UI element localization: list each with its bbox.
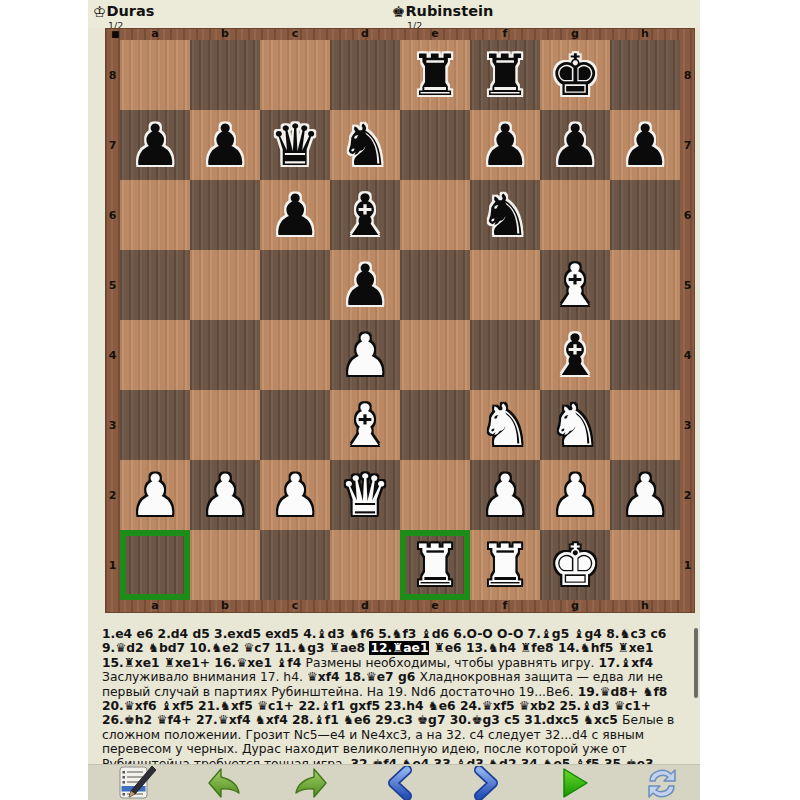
square-d1[interactable]: [330, 530, 400, 600]
coordinate-label: b: [190, 600, 260, 612]
coordinate-label: 6: [105, 180, 120, 250]
square-b3[interactable]: [190, 390, 260, 460]
green-arrow-left-icon: [206, 767, 242, 799]
chess-board: ■ abcdefgh abcdefgh 87654321 87654321 ♜♜…: [105, 28, 695, 613]
square-f1[interactable]: ♜: [470, 530, 540, 600]
coordinate-label: g: [540, 28, 610, 40]
player-black: ♚Rubinstein 1/2: [392, 1, 493, 31]
white-bishop: ♝: [339, 397, 390, 454]
square-e2[interactable]: [400, 460, 470, 530]
coordinate-label: 2: [680, 460, 695, 530]
square-c1[interactable]: [260, 530, 330, 600]
square-f6[interactable]: ♞: [470, 180, 540, 250]
square-a6[interactable]: [120, 180, 190, 250]
square-a1[interactable]: [120, 530, 190, 600]
black-rook: ♜: [479, 47, 530, 104]
coordinate-label: b: [190, 28, 260, 40]
black-rook: ♜: [409, 47, 460, 104]
next-move-button[interactable]: [463, 766, 511, 800]
white-queen: ♛: [339, 467, 390, 524]
notepad-pencil-icon: [116, 766, 156, 800]
previous-game-button[interactable]: [200, 766, 248, 800]
green-arrow-right-icon: [293, 767, 329, 799]
square-g8[interactable]: ♚: [540, 40, 610, 110]
square-h6[interactable]: [610, 180, 680, 250]
square-a8[interactable]: [120, 40, 190, 110]
coordinate-label: 6: [680, 180, 695, 250]
black-bishop: ♝: [339, 187, 390, 244]
flip-board-button[interactable]: [638, 766, 686, 800]
coordinate-label: a: [120, 600, 190, 612]
black-pawn: ♟: [339, 257, 390, 314]
black-knight: ♞: [479, 187, 530, 244]
coordinate-label: g: [540, 600, 610, 612]
white-king-icon: ♔: [93, 3, 106, 21]
coordinate-label: 1: [680, 530, 695, 600]
square-g2[interactable]: ♟: [540, 460, 610, 530]
white-rook: ♜: [409, 537, 460, 594]
coordinate-label: e: [400, 28, 470, 40]
rank-labels-left: 87654321: [105, 40, 120, 600]
move-list[interactable]: 1.e4 e6 2.d4 d5 3.exd5 exd5 4.♝d3 ♞f6 5.…: [102, 614, 688, 787]
black-pawn: ♟: [619, 117, 670, 174]
game-list-button[interactable]: [112, 766, 160, 800]
coordinate-label: f: [470, 28, 540, 40]
square-e4[interactable]: [400, 320, 470, 390]
previous-move-button[interactable]: [375, 766, 423, 800]
square-h3[interactable]: [610, 390, 680, 460]
square-b4[interactable]: [190, 320, 260, 390]
green-play-icon: [557, 766, 591, 800]
game-header: ♔Duras 1/2 ♚Rubinstein 1/2: [88, 0, 700, 28]
coordinate-label: c: [260, 28, 330, 40]
current-move[interactable]: 12.♜ae1: [369, 641, 429, 655]
square-e8[interactable]: ♜: [400, 40, 470, 110]
square-a4[interactable]: [120, 320, 190, 390]
coordinate-label: e: [400, 600, 470, 612]
coordinate-label: 1: [105, 530, 120, 600]
black-king-icon: ♚: [392, 3, 405, 21]
square-g3[interactable]: ♞: [540, 390, 610, 460]
square-f5[interactable]: [470, 250, 540, 320]
coordinate-label: 5: [105, 250, 120, 320]
square-a2[interactable]: ♟: [120, 460, 190, 530]
square-d8[interactable]: [330, 40, 400, 110]
black-pawn: ♟: [549, 117, 600, 174]
square-g7[interactable]: ♟: [540, 110, 610, 180]
player-white: ♔Duras 1/2: [93, 1, 154, 31]
square-d3[interactable]: ♝: [330, 390, 400, 460]
coordinate-label: 7: [105, 110, 120, 180]
square-a5[interactable]: [120, 250, 190, 320]
coordinate-label: h: [610, 600, 680, 612]
square-h5[interactable]: [610, 250, 680, 320]
board-corner-mark: ■: [111, 28, 120, 40]
black-player-name: Rubinstein: [405, 3, 493, 19]
black-pawn: ♟: [479, 117, 530, 174]
square-b5[interactable]: [190, 250, 260, 320]
next-game-button[interactable]: [287, 766, 335, 800]
coordinate-label: d: [330, 28, 400, 40]
square-e5[interactable]: [400, 250, 470, 320]
rank-labels-right: 87654321: [680, 40, 695, 600]
coordinate-label: 3: [105, 390, 120, 460]
square-b8[interactable]: [190, 40, 260, 110]
white-bishop: ♝: [549, 257, 600, 314]
square-h1[interactable]: [610, 530, 680, 600]
white-rook: ♜: [479, 537, 530, 594]
square-b2[interactable]: ♟: [190, 460, 260, 530]
square-a7[interactable]: ♟: [120, 110, 190, 180]
square-a3[interactable]: [120, 390, 190, 460]
coordinate-label: f: [470, 600, 540, 612]
coordinate-label: h: [610, 28, 680, 40]
square-h7[interactable]: ♟: [610, 110, 680, 180]
square-f3[interactable]: ♞: [470, 390, 540, 460]
white-pawn: ♟: [549, 467, 600, 524]
coordinate-label: 5: [680, 250, 695, 320]
notation-segment[interactable]: ♛xf4 18.♛e7 g6: [307, 670, 420, 684]
coordinate-label: 4: [680, 320, 695, 390]
coordinate-label: d: [330, 600, 400, 612]
square-c4[interactable]: [260, 320, 330, 390]
coordinate-label: 7: [680, 110, 695, 180]
white-pawn: ♟: [339, 327, 390, 384]
square-h4[interactable]: [610, 320, 680, 390]
notation-segment[interactable]: Заслуживало внимания 17. h4.: [102, 670, 307, 684]
blue-refresh-icon: [643, 766, 681, 800]
square-f2[interactable]: ♟: [470, 460, 540, 530]
white-pawn: ♟: [129, 467, 180, 524]
black-knight: ♞: [339, 117, 390, 174]
square-d4[interactable]: ♟: [330, 320, 400, 390]
black-pawn: ♟: [199, 117, 250, 174]
square-c6[interactable]: ♟: [260, 180, 330, 250]
white-knight: ♞: [479, 397, 530, 454]
scrollbar-thumb[interactable]: [694, 628, 698, 698]
coordinate-label: c: [260, 600, 330, 612]
square-c2[interactable]: ♟: [260, 460, 330, 530]
square-f8[interactable]: ♜: [470, 40, 540, 110]
white-player-name: Duras: [106, 3, 154, 19]
square-b7[interactable]: ♟: [190, 110, 260, 180]
toolbar: [88, 764, 700, 800]
square-d2[interactable]: ♛: [330, 460, 400, 530]
white-knight: ♞: [549, 397, 600, 454]
notation-segment[interactable]: Размены необходимы, чтобы уравнять игру.: [305, 656, 598, 670]
square-e3[interactable]: [400, 390, 470, 460]
file-labels-bottom: abcdefgh: [120, 600, 680, 612]
square-f4[interactable]: [470, 320, 540, 390]
coordinate-label: 4: [105, 320, 120, 390]
square-g1[interactable]: ♚: [540, 530, 610, 600]
coordinate-label: 8: [680, 40, 695, 110]
black-king: ♚: [549, 47, 600, 104]
coordinate-label: 3: [680, 390, 695, 460]
square-c5[interactable]: [260, 250, 330, 320]
file-labels-top: abcdefgh: [120, 28, 680, 40]
square-d7[interactable]: ♞: [330, 110, 400, 180]
square-e6[interactable]: [400, 180, 470, 250]
square-g4[interactable]: ♝: [540, 320, 610, 390]
square-g5[interactable]: ♝: [540, 250, 610, 320]
square-f7[interactable]: ♟: [470, 110, 540, 180]
chess-app: ♔Duras 1/2 ♚Rubinstein 1/2 ■ abcdefgh ab…: [88, 0, 700, 800]
square-c3[interactable]: [260, 390, 330, 460]
black-pawn: ♟: [129, 117, 180, 174]
square-b6[interactable]: [190, 180, 260, 250]
white-pawn: ♟: [199, 467, 250, 524]
square-g6[interactable]: [540, 180, 610, 250]
black-pawn: ♟: [269, 187, 320, 244]
square-e7[interactable]: [400, 110, 470, 180]
autoplay-button[interactable]: [550, 766, 598, 800]
square-d6[interactable]: ♝: [330, 180, 400, 250]
coordinate-label: 2: [105, 460, 120, 530]
square-c7[interactable]: ♛: [260, 110, 330, 180]
coordinate-label: 8: [105, 40, 120, 110]
coordinate-label: a: [120, 28, 190, 40]
blue-chevron-left-icon: [383, 766, 415, 800]
white-pawn: ♟: [269, 467, 320, 524]
square-b1[interactable]: [190, 530, 260, 600]
square-h8[interactable]: [610, 40, 680, 110]
black-bishop: ♝: [549, 327, 600, 384]
square-d5[interactable]: ♟: [330, 250, 400, 320]
square-e1[interactable]: ♜: [400, 530, 470, 600]
white-king: ♚: [549, 537, 600, 594]
notation-segment[interactable]: 17.♝xf4: [598, 656, 653, 670]
board-grid: ♜♜♚♟♟♛♞♟♟♟♟♝♞♟♝♟♝♝♞♞♟♟♟♛♟♟♟♜♜♚: [120, 40, 680, 600]
white-pawn: ♟: [479, 467, 530, 524]
black-queen: ♛: [269, 117, 320, 174]
white-pawn: ♟: [619, 467, 670, 524]
square-c8[interactable]: [260, 40, 330, 110]
square-h2[interactable]: ♟: [610, 460, 680, 530]
blue-chevron-right-icon: [471, 766, 503, 800]
